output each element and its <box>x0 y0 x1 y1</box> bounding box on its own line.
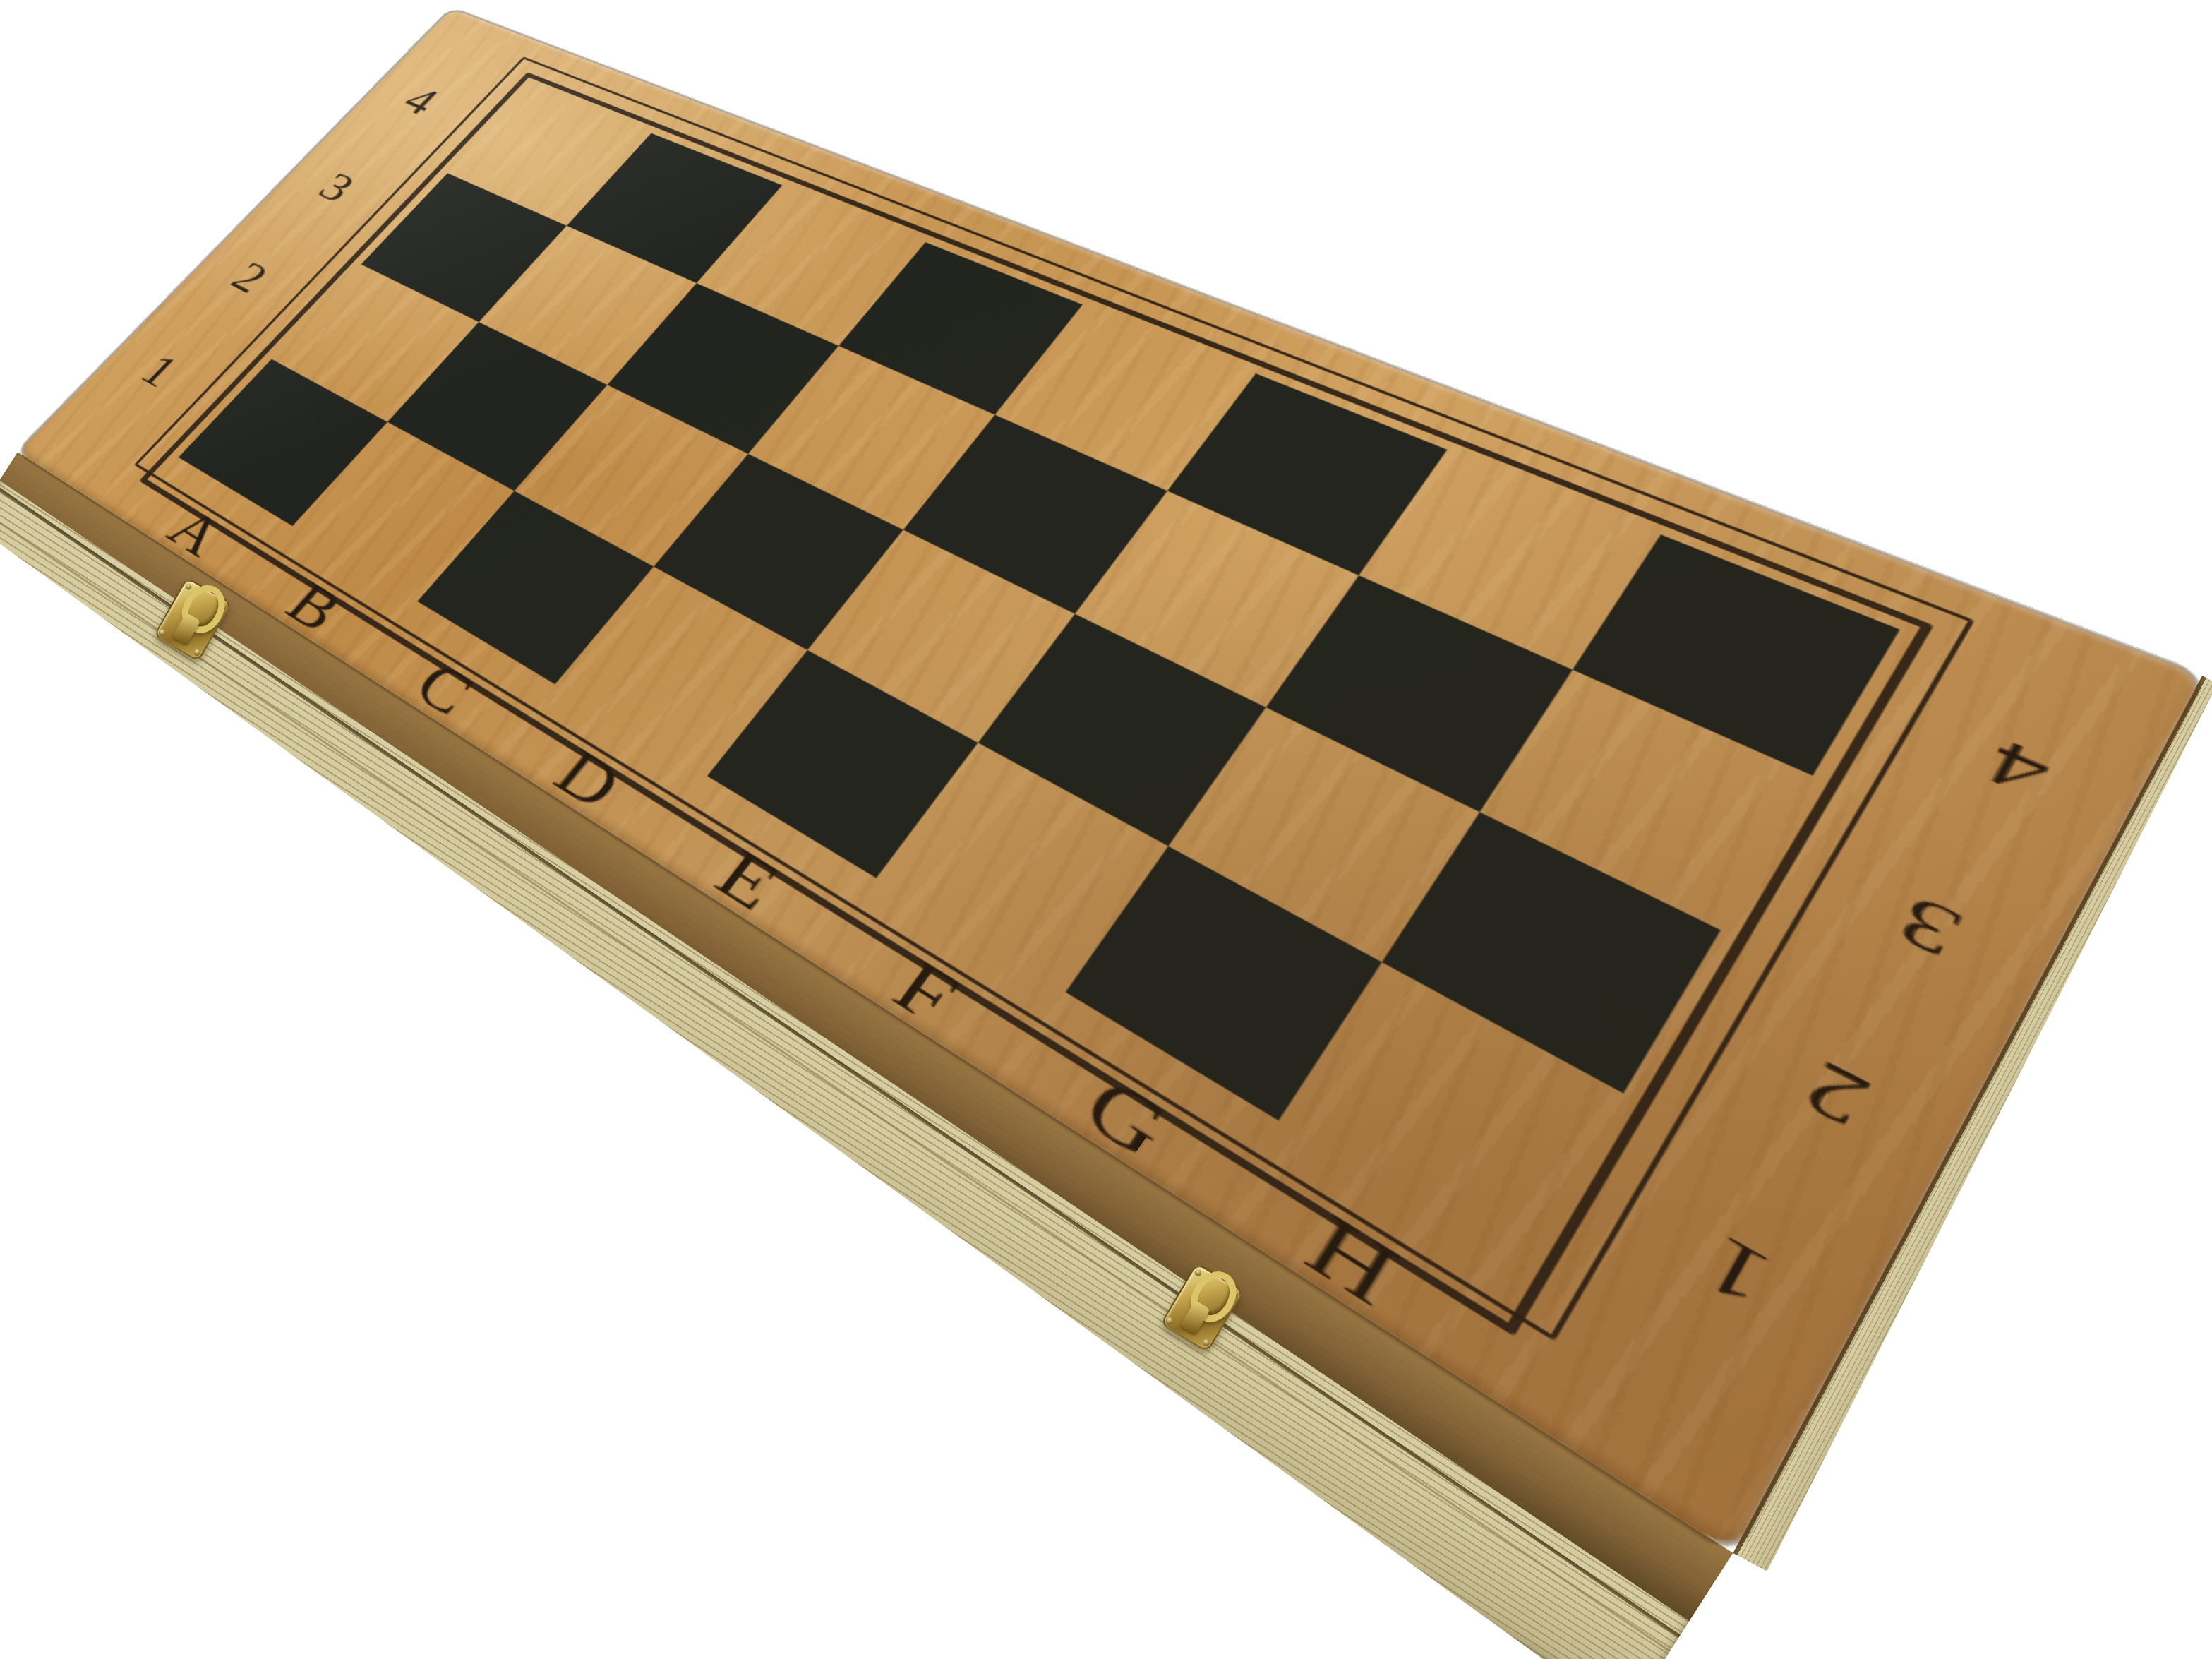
rank-label-right-2: 2 <box>1791 1049 1881 1142</box>
rank-label-left-2: 2 <box>223 254 277 299</box>
photo-stage: ABCDEFGH43214321 <box>0 0 2212 1659</box>
rank-label-left-1: 1 <box>133 347 188 394</box>
rank-label-right-1: 1 <box>1690 1223 1782 1323</box>
rank-label-right-4: 4 <box>1976 729 2060 810</box>
rank-label-left-3: 3 <box>311 166 363 209</box>
rank-label-right-3: 3 <box>1886 885 1973 971</box>
rank-label-left-4: 4 <box>395 80 447 121</box>
